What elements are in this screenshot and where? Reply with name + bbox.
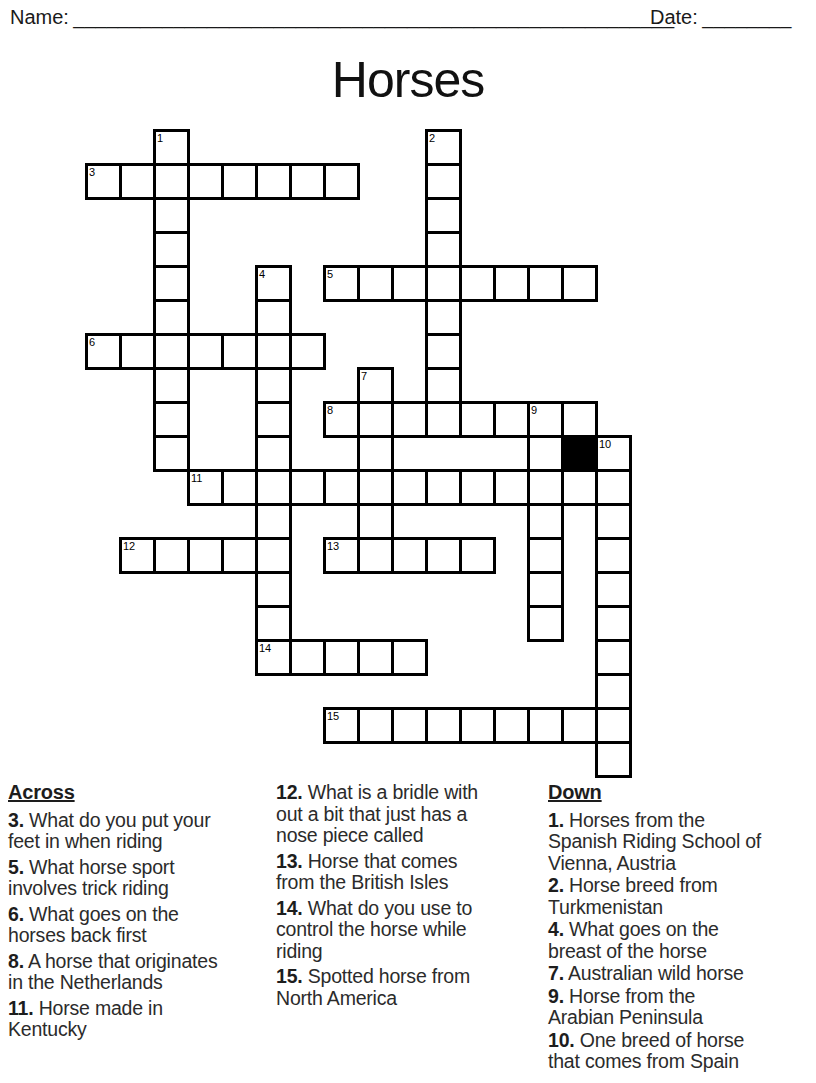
clue-number-label: 5. — [8, 856, 24, 878]
crossword-board: 123456789101112131415 — [85, 129, 632, 778]
grid-cell[interactable] — [561, 707, 598, 744]
grid-cell[interactable]: 15 — [323, 707, 360, 744]
grid-cell[interactable] — [425, 333, 462, 370]
grid-cell[interactable] — [493, 265, 530, 302]
grid-cell[interactable] — [425, 401, 462, 438]
clue-text: Horse from the Arabian Peninsula — [548, 985, 703, 1029]
clue-number: 14 — [259, 642, 271, 654]
grid-cell[interactable] — [595, 571, 632, 608]
grid-cell[interactable] — [561, 265, 598, 302]
clue-number-label: 13. — [276, 850, 303, 872]
clue-number: 3 — [89, 166, 95, 178]
grid-cell[interactable] — [289, 333, 326, 370]
clue-11: 11. Horse made in Kentucky — [8, 998, 260, 1041]
grid-cell[interactable] — [595, 741, 632, 778]
grid-cell[interactable] — [391, 469, 428, 506]
clue-text: What goes on the horses back first — [8, 903, 179, 947]
puzzle-title: Horses — [0, 54, 816, 106]
clue-text: Horse breed from Turkmenistan — [548, 874, 718, 918]
clue-4: 4. What goes on the breast of the horse — [548, 919, 800, 962]
across-clues-continued-column: 12. What is a bridle with out a bit that… — [276, 782, 534, 1013]
grid-cell[interactable] — [459, 469, 496, 506]
clue-13: 13. Horse that comes from the British Is… — [276, 851, 534, 894]
across-clues-column: Across 3. What do you put your feet in w… — [8, 782, 260, 1045]
clue-number: 5 — [327, 268, 333, 280]
clue-number-label: 4. — [548, 918, 564, 940]
grid-cell[interactable] — [493, 401, 530, 438]
grid-cell[interactable] — [255, 435, 292, 472]
grid-cell[interactable] — [527, 537, 564, 574]
grid-cell[interactable]: 5 — [323, 265, 360, 302]
grid-cell[interactable]: 14 — [255, 639, 292, 676]
grid-cell[interactable] — [153, 367, 190, 404]
grid-cell[interactable] — [153, 435, 190, 472]
worksheet-header: Name: __________________________________… — [0, 0, 816, 40]
grid-cell[interactable] — [459, 401, 496, 438]
grid-cell[interactable] — [595, 707, 632, 744]
grid-cell[interactable] — [255, 605, 292, 642]
grid-cell[interactable] — [221, 537, 258, 574]
clue-number-label: 1. — [548, 809, 564, 831]
down-heading: Down — [548, 782, 800, 804]
grid-cell[interactable] — [221, 469, 258, 506]
clue-text: Horse that comes from the British Isles — [276, 850, 457, 894]
name-row: Name: __________________________________… — [10, 6, 674, 29]
clue-number: 4 — [259, 268, 265, 280]
clue-10: 10. One breed of horse that comes from S… — [548, 1030, 800, 1073]
grid-cell[interactable] — [391, 401, 428, 438]
grid-cell[interactable]: 10 — [595, 435, 632, 472]
clue-number: 6 — [89, 336, 95, 348]
grid-cell[interactable] — [357, 435, 394, 472]
clue-number: 11 — [191, 472, 202, 484]
grid-cell[interactable] — [255, 401, 292, 438]
grid-cell[interactable] — [357, 707, 394, 744]
down-clues-column: Down 1. Horses from the Spanish Riding S… — [548, 782, 800, 1074]
grid-cell[interactable] — [595, 469, 632, 506]
grid-cell[interactable] — [425, 163, 462, 200]
grid-cell[interactable] — [357, 401, 394, 438]
grid-cell[interactable] — [289, 639, 326, 676]
clue-number: 2 — [429, 132, 435, 144]
clue-number-label: 2. — [548, 874, 564, 896]
grid-cell[interactable] — [153, 537, 190, 574]
grid-cell[interactable] — [595, 537, 632, 574]
grid-cell[interactable] — [289, 163, 326, 200]
grid-cell[interactable] — [153, 299, 190, 336]
grid-cell[interactable]: 13 — [323, 537, 360, 574]
grid-cell[interactable] — [493, 469, 530, 506]
clue-number-label: 3. — [8, 809, 24, 831]
grid-cell[interactable]: 9 — [527, 401, 564, 438]
clue-number-label: 11. — [8, 997, 33, 1019]
name-label: Name: — [10, 6, 69, 28]
clue-text: One breed of horse that comes from Spain — [548, 1029, 744, 1073]
across-clues-continued-list: 12. What is a bridle with out a bit that… — [276, 782, 534, 1009]
grid-cell[interactable] — [425, 197, 462, 234]
grid-cell[interactable] — [425, 367, 462, 404]
grid-cell[interactable] — [425, 231, 462, 268]
grid-cell[interactable] — [561, 469, 598, 506]
clue-text: What goes on the breast of the horse — [548, 918, 719, 962]
grid-cell[interactable] — [595, 673, 632, 710]
grid-cell[interactable] — [357, 469, 394, 506]
clue-text: Spotted horse from North America — [276, 965, 470, 1009]
grid-cell[interactable] — [425, 469, 462, 506]
grid-cell[interactable] — [255, 163, 292, 200]
grid-cell[interactable] — [493, 707, 530, 744]
clue-15: 15. Spotted horse from North America — [276, 966, 534, 1009]
grid-cell[interactable] — [391, 707, 428, 744]
grid-cell[interactable] — [459, 537, 496, 574]
grid-cell[interactable] — [255, 537, 292, 574]
grid-cell[interactable] — [187, 333, 224, 370]
grid-cell[interactable] — [187, 163, 224, 200]
clue-number-label: 12. — [276, 781, 303, 803]
across-clues-list: 3. What do you put your feet in when rid… — [8, 810, 260, 1041]
clue-number: 13 — [327, 540, 339, 552]
grid-cell[interactable]: 1 — [153, 129, 190, 166]
grid-cell[interactable] — [527, 265, 564, 302]
grid-cell[interactable] — [255, 299, 292, 336]
grid-cell[interactable] — [391, 265, 428, 302]
clue-text: What horse sport involves trick riding — [8, 856, 174, 900]
grid-cell[interactable] — [391, 639, 428, 676]
clue-2: 2. Horse breed from Turkmenistan — [548, 875, 800, 918]
grid-cell[interactable] — [153, 231, 190, 268]
worksheet-page: Name: __________________________________… — [0, 0, 816, 1083]
grid-cell[interactable] — [255, 571, 292, 608]
clue-7: 7. Australian wild horse — [548, 963, 800, 985]
date-blank-line[interactable]: ________ — [702, 6, 791, 28]
clue-number: 1 — [157, 132, 163, 144]
clue-text: What is a bridle with out a bit that jus… — [276, 781, 478, 846]
clue-number: 12 — [123, 540, 135, 552]
grid-cell[interactable] — [527, 435, 564, 472]
grid-cell[interactable]: 6 — [85, 333, 122, 370]
grid-cell[interactable] — [323, 469, 360, 506]
grid-cell[interactable] — [153, 197, 190, 234]
clue-text: What do you put your feet in when riding — [8, 809, 210, 853]
grid-cell[interactable] — [595, 639, 632, 676]
clue-9: 9. Horse from the Arabian Peninsula — [548, 986, 800, 1029]
grid-cell[interactable] — [255, 367, 292, 404]
grid-cell[interactable] — [323, 163, 360, 200]
grid-cell[interactable] — [459, 265, 496, 302]
grid-cell[interactable] — [561, 401, 598, 438]
grid-cell[interactable] — [527, 503, 564, 540]
grid-cell[interactable] — [527, 707, 564, 744]
grid-cell[interactable] — [527, 571, 564, 608]
grid-cell[interactable]: 11 — [187, 469, 224, 506]
grid-cell[interactable] — [527, 469, 564, 506]
clue-text: Australian wild horse — [564, 962, 744, 984]
grid-cell[interactable] — [357, 503, 394, 540]
grid-cell[interactable]: 12 — [119, 537, 156, 574]
clue-number-label: 8. — [8, 950, 24, 972]
clue-number-label: 10. — [548, 1029, 575, 1051]
grid-cell[interactable] — [425, 265, 462, 302]
grid-cell[interactable] — [357, 265, 394, 302]
grid-cell[interactable] — [255, 503, 292, 540]
clue-number-label: 9. — [548, 985, 564, 1007]
clue-text: A horse that originates in the Netherlan… — [8, 950, 217, 994]
grid-cell[interactable] — [323, 639, 360, 676]
clue-number-label: 6. — [8, 903, 24, 925]
grid-cell[interactable]: 4 — [255, 265, 292, 302]
grid-cell[interactable] — [425, 537, 462, 574]
down-clues-list: 1. Horses from the Spanish Riding School… — [548, 810, 800, 1073]
grid-cell[interactable] — [153, 163, 190, 200]
grid-cell[interactable]: 2 — [425, 129, 462, 166]
grid-cell[interactable] — [595, 605, 632, 642]
grid-cell[interactable] — [187, 537, 224, 574]
grid-cell[interactable] — [221, 163, 258, 200]
clue-number: 15 — [327, 710, 339, 722]
clue-number-label: 7. — [548, 962, 564, 984]
grid-cell[interactable] — [527, 605, 564, 642]
grid-cell[interactable]: 8 — [323, 401, 360, 438]
grid-cell[interactable]: 3 — [85, 163, 122, 200]
clue-number: 10 — [599, 438, 611, 450]
grid-cell[interactable] — [119, 163, 156, 200]
black-cell — [561, 435, 598, 472]
clue-8: 8. A horse that originates in the Nether… — [8, 951, 260, 994]
clue-12: 12. What is a bridle with out a bit that… — [276, 782, 534, 847]
date-label: Date: — [650, 6, 698, 28]
grid-cell[interactable] — [153, 401, 190, 438]
clue-number-label: 15. — [276, 965, 303, 987]
grid-cell[interactable] — [289, 469, 326, 506]
grid-cell[interactable] — [595, 503, 632, 540]
grid-cell[interactable] — [425, 299, 462, 336]
grid-cell[interactable] — [459, 707, 496, 744]
date-row: Date: ________ — [650, 6, 791, 29]
grid-cell[interactable] — [119, 333, 156, 370]
across-heading: Across — [8, 782, 260, 804]
clue-number-label: 14. — [276, 897, 303, 919]
name-blank-line[interactable]: ________________________________________… — [73, 6, 674, 28]
grid-cell[interactable] — [255, 333, 292, 370]
grid-cell[interactable] — [425, 707, 462, 744]
clue-5: 5. What horse sport involves trick ridin… — [8, 857, 260, 900]
clue-number: 9 — [531, 404, 537, 416]
clue-number: 8 — [327, 404, 333, 416]
clue-1: 1. Horses from the Spanish Riding School… — [548, 810, 800, 875]
grid-cell[interactable] — [357, 537, 394, 574]
grid-cell[interactable]: 7 — [357, 367, 394, 404]
grid-cell[interactable] — [357, 639, 394, 676]
grid-cell[interactable] — [153, 333, 190, 370]
grid-cell[interactable] — [391, 537, 428, 574]
clue-14: 14. What do you use to control the horse… — [276, 898, 534, 963]
grid-cell[interactable] — [255, 469, 292, 506]
clue-6: 6. What goes on the horses back first — [8, 904, 260, 947]
clue-3: 3. What do you put your feet in when rid… — [8, 810, 260, 853]
clue-text: What do you use to control the horse whi… — [276, 897, 472, 962]
grid-cell[interactable] — [221, 333, 258, 370]
grid-cell[interactable] — [153, 265, 190, 302]
clue-number: 7 — [361, 370, 367, 382]
clue-text: Horses from the Spanish Riding School of… — [548, 809, 761, 874]
